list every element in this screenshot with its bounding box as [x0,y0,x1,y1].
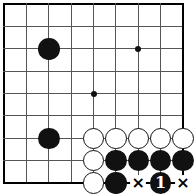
intersection [38,127,60,149]
intersection [60,15,82,37]
intersection [60,82,82,104]
intersection [149,127,171,149]
intersection [127,60,149,82]
intersection [172,82,194,104]
intersection [172,60,194,82]
intersection [82,60,104,82]
black-stone-move-1: 1 [150,172,172,194]
intersection [82,149,104,171]
intersection [60,60,82,82]
intersection [15,172,37,194]
intersection [0,0,15,15]
intersection: 1 [149,172,171,194]
intersection [0,172,15,194]
intersection [149,0,171,15]
intersection [15,60,37,82]
x-mark: × [175,175,191,191]
white-stone [150,128,172,150]
intersection [127,0,149,15]
intersection [38,38,60,60]
intersection [0,82,15,104]
intersection [127,82,149,104]
intersection [149,82,171,104]
intersection [15,82,37,104]
intersection: × [127,172,149,194]
intersection [60,38,82,60]
intersection [105,60,127,82]
hoshi-point [135,46,141,52]
intersection [38,172,60,194]
intersection [0,149,15,171]
black-stone [172,150,194,172]
white-stone [83,128,105,150]
intersection [15,0,37,15]
black-stone [38,128,60,150]
intersection [82,105,104,127]
intersection [127,38,149,60]
intersection [172,38,194,60]
black-stone [105,150,127,172]
intersection [15,38,37,60]
intersection [60,149,82,171]
go-diagram: ×1× [0,0,194,194]
intersection [38,0,60,15]
intersection [15,127,37,149]
hoshi-point [91,91,97,97]
intersection [82,38,104,60]
intersection [82,82,104,104]
intersection [172,127,194,149]
intersection [105,38,127,60]
go-board: ×1× [0,0,194,194]
intersection [105,172,127,194]
intersection [105,0,127,15]
intersection [38,82,60,104]
black-stone [105,172,127,194]
black-stone [150,150,172,172]
white-stone [105,128,127,150]
intersection [149,60,171,82]
intersection [60,0,82,15]
intersection [38,149,60,171]
white-stone [83,172,105,194]
white-stone [83,150,105,172]
black-stone [38,38,60,60]
intersection [172,0,194,15]
intersection [0,15,15,37]
white-stone [128,128,150,150]
intersection [127,105,149,127]
intersection [149,105,171,127]
intersection [127,149,149,171]
intersection [0,60,15,82]
intersection [172,15,194,37]
intersection [82,127,104,149]
intersection [149,15,171,37]
intersection [0,105,15,127]
intersection [82,15,104,37]
intersection [0,127,15,149]
intersection: × [172,172,194,194]
intersection [0,38,15,60]
intersection [127,15,149,37]
intersection [105,15,127,37]
stones-layer: ×1× [0,0,194,194]
intersection [105,105,127,127]
intersection [172,105,194,127]
intersection [60,127,82,149]
intersection [82,0,104,15]
intersection [15,149,37,171]
intersection [38,60,60,82]
intersection [60,172,82,194]
white-stone [172,128,194,150]
x-mark: × [130,175,146,191]
intersection [105,127,127,149]
intersection [105,82,127,104]
intersection [38,15,60,37]
intersection [172,149,194,171]
intersection [15,105,37,127]
move-number-label: 1 [155,175,166,192]
intersection [38,105,60,127]
black-stone [128,150,150,172]
intersection [105,149,127,171]
intersection [127,127,149,149]
intersection [15,15,37,37]
intersection [60,105,82,127]
intersection [149,149,171,171]
intersection [82,172,104,194]
intersection [149,38,171,60]
